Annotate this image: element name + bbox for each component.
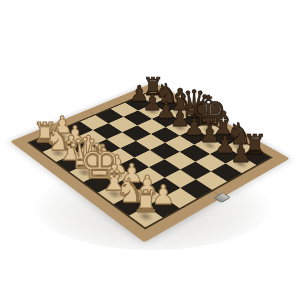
chess-set-photo: ♜♟♞♟♝♟♛♟♚♟♟♝♜♟♟♞♞♟♟♜♝♟♟♛♟♚♟♝♟♞♟♜ (0, 0, 300, 300)
piece-white-rook-h1[interactable]: ♜ (132, 188, 159, 219)
piece-black-pawn-h7[interactable]: ♟ (230, 142, 252, 166)
